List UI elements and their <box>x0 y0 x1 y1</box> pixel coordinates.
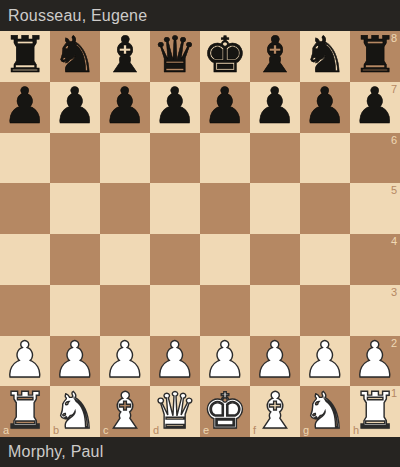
piece-black-pawn-c7: ♟ <box>103 81 148 131</box>
file-coordinate-h: h <box>353 425 359 436</box>
rank-coordinate-4: 4 <box>391 236 397 247</box>
square-d5[interactable] <box>150 183 200 234</box>
square-c4[interactable] <box>100 234 150 285</box>
file-coordinate-d: d <box>153 425 159 436</box>
square-f4[interactable] <box>250 234 300 285</box>
player-name-top: Rousseau, Eugene <box>8 7 147 25</box>
square-d2[interactable]: ♟ <box>150 336 200 387</box>
square-h2[interactable]: ♟2 <box>350 336 400 387</box>
square-h5[interactable]: 5 <box>350 183 400 234</box>
square-e5[interactable] <box>200 183 250 234</box>
piece-black-pawn-d7: ♟ <box>153 81 198 131</box>
square-f7[interactable]: ♟ <box>250 82 300 133</box>
square-f8[interactable]: ♝ <box>250 31 300 82</box>
square-e3[interactable] <box>200 285 250 336</box>
square-d3[interactable] <box>150 285 200 336</box>
square-c7[interactable]: ♟ <box>100 82 150 133</box>
square-h7[interactable]: ♟7 <box>350 82 400 133</box>
square-e7[interactable]: ♟ <box>200 82 250 133</box>
square-f6[interactable] <box>250 133 300 184</box>
piece-white-pawn-d2: ♟ <box>153 335 198 385</box>
square-d6[interactable] <box>150 133 200 184</box>
rank-coordinate-6: 6 <box>391 135 397 146</box>
square-f5[interactable] <box>250 183 300 234</box>
square-e6[interactable] <box>200 133 250 184</box>
square-d1[interactable]: ♛d <box>150 386 200 437</box>
piece-black-rook-a8: ♜ <box>3 30 48 80</box>
square-e8[interactable]: ♚ <box>200 31 250 82</box>
square-c8[interactable]: ♝ <box>100 31 150 82</box>
square-g8[interactable]: ♞ <box>300 31 350 82</box>
piece-black-pawn-b7: ♟ <box>53 81 98 131</box>
piece-black-knight-b8: ♞ <box>53 30 98 80</box>
chess-board: ♜♞♝♛♚♝♞♜8♟♟♟♟♟♟♟♟76543♟♟♟♟♟♟♟♟2♜a♞b♝c♛d♚… <box>0 31 400 437</box>
square-h8[interactable]: ♜8 <box>350 31 400 82</box>
square-d4[interactable] <box>150 234 200 285</box>
square-g6[interactable] <box>300 133 350 184</box>
square-a2[interactable]: ♟ <box>0 336 50 387</box>
piece-white-pawn-f2: ♟ <box>253 335 298 385</box>
square-a8[interactable]: ♜ <box>0 31 50 82</box>
square-b4[interactable] <box>50 234 100 285</box>
file-coordinate-c: c <box>103 425 109 436</box>
square-g4[interactable] <box>300 234 350 285</box>
square-h4[interactable]: 4 <box>350 234 400 285</box>
rank-coordinate-5: 5 <box>391 185 397 196</box>
square-b3[interactable] <box>50 285 100 336</box>
piece-black-pawn-e7: ♟ <box>203 81 248 131</box>
rank-coordinate-1: 1 <box>391 388 397 399</box>
piece-black-bishop-c8: ♝ <box>103 30 148 80</box>
rank-coordinate-7: 7 <box>391 84 397 95</box>
square-f1[interactable]: ♝f <box>250 386 300 437</box>
piece-white-bishop-c1: ♝ <box>103 386 148 436</box>
square-c5[interactable] <box>100 183 150 234</box>
square-e4[interactable] <box>200 234 250 285</box>
square-h3[interactable]: 3 <box>350 285 400 336</box>
file-coordinate-e: e <box>203 425 209 436</box>
square-g5[interactable] <box>300 183 350 234</box>
piece-black-king-e8: ♚ <box>203 30 248 80</box>
square-b6[interactable] <box>50 133 100 184</box>
square-b8[interactable]: ♞ <box>50 31 100 82</box>
square-h1[interactable]: ♜1h <box>350 386 400 437</box>
square-h6[interactable]: 6 <box>350 133 400 184</box>
square-g1[interactable]: ♞g <box>300 386 350 437</box>
piece-black-bishop-f8: ♝ <box>253 30 298 80</box>
piece-black-rook-h8: ♜ <box>353 30 398 80</box>
file-coordinate-b: b <box>53 425 59 436</box>
square-g3[interactable] <box>300 285 350 336</box>
square-f3[interactable] <box>250 285 300 336</box>
piece-white-pawn-g2: ♟ <box>303 335 348 385</box>
square-e2[interactable]: ♟ <box>200 336 250 387</box>
piece-black-knight-g8: ♞ <box>303 30 348 80</box>
file-coordinate-g: g <box>303 425 309 436</box>
square-a3[interactable] <box>0 285 50 336</box>
piece-white-rook-a1: ♜ <box>3 386 48 436</box>
piece-white-pawn-c2: ♟ <box>103 335 148 385</box>
piece-white-pawn-b2: ♟ <box>53 335 98 385</box>
square-a4[interactable] <box>0 234 50 285</box>
piece-white-knight-g1: ♞ <box>303 386 348 436</box>
chess-app: Rousseau, Eugene ♜♞♝♛♚♝♞♜8♟♟♟♟♟♟♟♟76543♟… <box>0 0 400 467</box>
square-c3[interactable] <box>100 285 150 336</box>
square-g7[interactable]: ♟ <box>300 82 350 133</box>
square-c6[interactable] <box>100 133 150 184</box>
piece-white-rook-h1: ♜ <box>353 386 398 436</box>
square-c1[interactable]: ♝c <box>100 386 150 437</box>
square-g2[interactable]: ♟ <box>300 336 350 387</box>
piece-black-pawn-a7: ♟ <box>3 81 48 131</box>
piece-white-bishop-f1: ♝ <box>253 386 298 436</box>
square-a1[interactable]: ♜a <box>0 386 50 437</box>
piece-white-pawn-a2: ♟ <box>3 335 48 385</box>
square-a5[interactable] <box>0 183 50 234</box>
rank-coordinate-2: 2 <box>391 338 397 349</box>
square-a6[interactable] <box>0 133 50 184</box>
piece-white-king-e1: ♚ <box>203 386 248 436</box>
square-b2[interactable]: ♟ <box>50 336 100 387</box>
piece-black-pawn-f7: ♟ <box>253 81 298 131</box>
square-a7[interactable]: ♟ <box>0 82 50 133</box>
piece-white-pawn-e2: ♟ <box>203 335 248 385</box>
square-b7[interactable]: ♟ <box>50 82 100 133</box>
square-b1[interactable]: ♞b <box>50 386 100 437</box>
square-b5[interactable] <box>50 183 100 234</box>
square-e1[interactable]: ♚e <box>200 386 250 437</box>
square-c2[interactable]: ♟ <box>100 336 150 387</box>
rank-coordinate-8: 8 <box>391 33 397 44</box>
piece-white-knight-b1: ♞ <box>53 386 98 436</box>
piece-white-pawn-h2: ♟ <box>353 335 398 385</box>
file-coordinate-a: a <box>3 425 9 436</box>
square-d8[interactable]: ♛ <box>150 31 200 82</box>
player-name-bottom: Morphy, Paul <box>8 443 103 461</box>
piece-black-queen-d8: ♛ <box>153 30 198 80</box>
square-f2[interactable]: ♟ <box>250 336 300 387</box>
piece-black-pawn-g7: ♟ <box>303 81 348 131</box>
piece-white-queen-d1: ♛ <box>153 386 198 436</box>
player-bar-top: Rousseau, Eugene <box>0 0 400 31</box>
rank-coordinate-3: 3 <box>391 287 397 298</box>
player-bar-bottom: Morphy, Paul <box>0 437 400 467</box>
file-coordinate-f: f <box>253 425 256 436</box>
square-d7[interactable]: ♟ <box>150 82 200 133</box>
piece-black-pawn-h7: ♟ <box>353 81 398 131</box>
